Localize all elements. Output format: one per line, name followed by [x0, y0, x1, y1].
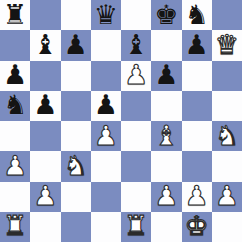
square-h8[interactable]	[212, 0, 242, 30]
piece-white-pawn-b2[interactable]: ♟	[33, 182, 57, 209]
square-a6[interactable]: ♟	[0, 61, 30, 91]
piece-white-pawn-f2[interactable]: ♟	[154, 182, 178, 209]
piece-white-knight-h4[interactable]: ♞	[215, 122, 239, 149]
piece-black-queen-d8[interactable]: ♛	[94, 1, 118, 28]
square-d8[interactable]: ♛	[91, 0, 121, 30]
piece-black-rook-a8[interactable]: ♜	[3, 1, 27, 28]
square-f5[interactable]	[151, 91, 181, 121]
square-d7[interactable]	[91, 30, 121, 60]
square-c6[interactable]	[61, 61, 91, 91]
piece-black-pawn-g7[interactable]: ♟	[185, 31, 209, 58]
square-e4[interactable]	[121, 121, 151, 151]
square-f6[interactable]: ♟	[151, 61, 181, 91]
square-d5[interactable]: ♟	[91, 91, 121, 121]
square-g6[interactable]	[182, 61, 212, 91]
square-h2[interactable]: ♟	[212, 182, 242, 212]
piece-white-rook-a1[interactable]: ♜	[3, 212, 27, 239]
square-a1[interactable]: ♜	[0, 212, 30, 242]
square-d4[interactable]: ♟	[91, 121, 121, 151]
chess-board: ♜♛♚♞♝♟♝♟♛♟♟♟♞♟♟♟♝♞♟♞♟♟♟♟♜♜♚	[0, 0, 242, 242]
piece-black-pawn-a6[interactable]: ♟	[3, 61, 27, 88]
square-d2[interactable]	[91, 182, 121, 212]
square-g3[interactable]	[182, 151, 212, 181]
square-c4[interactable]	[61, 121, 91, 151]
square-g1[interactable]: ♚	[182, 212, 212, 242]
piece-white-pawn-a3[interactable]: ♟	[3, 152, 27, 179]
piece-white-queen-h7[interactable]: ♛	[215, 31, 239, 58]
piece-black-bishop-b7[interactable]: ♝	[33, 31, 57, 58]
piece-black-pawn-f6[interactable]: ♟	[154, 61, 178, 88]
square-b6[interactable]	[30, 61, 60, 91]
square-c2[interactable]	[61, 182, 91, 212]
square-g7[interactable]: ♟	[182, 30, 212, 60]
square-g4[interactable]	[182, 121, 212, 151]
piece-white-pawn-d4[interactable]: ♟	[94, 122, 118, 149]
square-g2[interactable]: ♟	[182, 182, 212, 212]
square-g8[interactable]: ♞	[182, 0, 212, 30]
square-b8[interactable]	[30, 0, 60, 30]
piece-black-king-f8[interactable]: ♚	[154, 1, 178, 28]
square-a3[interactable]: ♟	[0, 151, 30, 181]
square-c8[interactable]	[61, 0, 91, 30]
square-f1[interactable]	[151, 212, 181, 242]
square-a7[interactable]	[0, 30, 30, 60]
square-e5[interactable]	[121, 91, 151, 121]
square-e2[interactable]	[121, 182, 151, 212]
square-b7[interactable]: ♝	[30, 30, 60, 60]
piece-white-bishop-f4[interactable]: ♝	[154, 122, 178, 149]
square-c5[interactable]	[61, 91, 91, 121]
square-e6[interactable]: ♟	[121, 61, 151, 91]
piece-white-knight-c3[interactable]: ♞	[64, 152, 88, 179]
square-f4[interactable]: ♝	[151, 121, 181, 151]
square-h4[interactable]: ♞	[212, 121, 242, 151]
square-f2[interactable]: ♟	[151, 182, 181, 212]
square-h1[interactable]	[212, 212, 242, 242]
piece-white-pawn-e6[interactable]: ♟	[124, 61, 148, 88]
square-b5[interactable]: ♟	[30, 91, 60, 121]
piece-white-pawn-g2[interactable]: ♟	[185, 182, 209, 209]
square-f3[interactable]	[151, 151, 181, 181]
piece-white-rook-e1[interactable]: ♜	[124, 212, 148, 239]
square-h6[interactable]	[212, 61, 242, 91]
square-e8[interactable]	[121, 0, 151, 30]
square-h7[interactable]: ♛	[212, 30, 242, 60]
square-a8[interactable]: ♜	[0, 0, 30, 30]
square-h5[interactable]	[212, 91, 242, 121]
square-b1[interactable]	[30, 212, 60, 242]
piece-white-king-g1[interactable]: ♚	[185, 212, 209, 239]
square-a4[interactable]	[0, 121, 30, 151]
square-a5[interactable]: ♞	[0, 91, 30, 121]
piece-black-pawn-c7[interactable]: ♟	[64, 31, 88, 58]
square-f7[interactable]	[151, 30, 181, 60]
piece-black-pawn-b5[interactable]: ♟	[33, 91, 57, 118]
square-e1[interactable]: ♜	[121, 212, 151, 242]
square-c7[interactable]: ♟	[61, 30, 91, 60]
square-f8[interactable]: ♚	[151, 0, 181, 30]
square-d3[interactable]	[91, 151, 121, 181]
square-g5[interactable]	[182, 91, 212, 121]
square-b2[interactable]: ♟	[30, 182, 60, 212]
square-e7[interactable]: ♝	[121, 30, 151, 60]
square-c3[interactable]: ♞	[61, 151, 91, 181]
square-e3[interactable]	[121, 151, 151, 181]
square-d6[interactable]	[91, 61, 121, 91]
piece-black-knight-a5[interactable]: ♞	[3, 91, 27, 118]
square-c1[interactable]	[61, 212, 91, 242]
piece-black-bishop-e7[interactable]: ♝	[124, 31, 148, 58]
square-h3[interactable]	[212, 151, 242, 181]
square-b3[interactable]	[30, 151, 60, 181]
piece-black-knight-g8[interactable]: ♞	[185, 1, 209, 28]
square-a2[interactable]	[0, 182, 30, 212]
piece-black-pawn-d5[interactable]: ♟	[94, 91, 118, 118]
square-b4[interactable]	[30, 121, 60, 151]
square-d1[interactable]	[91, 212, 121, 242]
piece-white-pawn-h2[interactable]: ♟	[215, 182, 239, 209]
